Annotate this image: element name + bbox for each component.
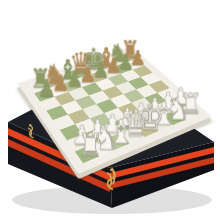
- product-photo: ♜♞♝♛♚♝♞♜♟♟♟♟♟♟♟♟♟♟♟♟♟♟♟♟♜♞♝♛♚♝♞♜: [0, 0, 220, 220]
- storage-box: [0, 0, 220, 220]
